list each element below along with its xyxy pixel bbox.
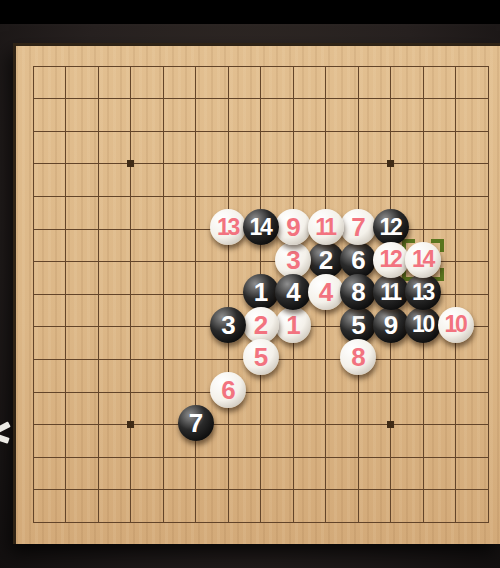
black-stone-8[interactable]: 8 — [340, 274, 376, 310]
white-stone-12[interactable]: 12 — [373, 242, 409, 278]
black-stone-5[interactable]: 5 — [340, 307, 376, 343]
black-stone-10[interactable]: 10 — [405, 307, 441, 343]
move-number: 14 — [412, 248, 433, 271]
white-stone-6[interactable]: 6 — [210, 372, 246, 408]
move-number: 2 — [254, 312, 268, 338]
move-number: 9 — [384, 312, 398, 338]
white-stone-14[interactable]: 14 — [405, 242, 441, 278]
move-number: 1 — [254, 279, 268, 305]
move-number: 10 — [445, 313, 466, 336]
stones-layer: 11223344556677889910101111121213131414 — [16, 46, 500, 544]
white-stone-3[interactable]: 3 — [275, 242, 311, 278]
move-number: 3 — [221, 312, 235, 338]
white-stone-13[interactable]: 13 — [210, 209, 246, 245]
white-stone-8[interactable]: 8 — [340, 339, 376, 375]
app-background: 11223344556677889910101111121213131414 — [0, 0, 500, 568]
top-letterbox-strip — [0, 0, 500, 24]
move-number: 13 — [412, 281, 433, 304]
black-stone-1[interactable]: 1 — [243, 274, 279, 310]
white-stone-1[interactable]: 1 — [275, 307, 311, 343]
glyph-stroke — [0, 434, 10, 443]
move-number: 4 — [319, 279, 333, 305]
glyph-stroke — [0, 421, 11, 432]
white-stone-2[interactable]: 2 — [243, 307, 279, 343]
black-stone-2[interactable]: 2 — [308, 242, 344, 278]
move-number: 5 — [254, 344, 268, 370]
black-stone-14[interactable]: 14 — [243, 209, 279, 245]
move-number: 11 — [315, 216, 334, 239]
white-stone-4[interactable]: 4 — [308, 274, 344, 310]
move-number: 5 — [351, 312, 365, 338]
white-stone-9[interactable]: 9 — [275, 209, 311, 245]
black-stone-11[interactable]: 11 — [373, 274, 409, 310]
move-number: 12 — [380, 216, 401, 239]
move-number: 8 — [351, 344, 365, 370]
move-number: 7 — [189, 410, 203, 436]
move-number: 1 — [286, 312, 300, 338]
move-number: 12 — [380, 248, 401, 271]
partial-glyph — [0, 421, 13, 449]
black-stone-6[interactable]: 6 — [340, 242, 376, 278]
go-board[interactable]: 11223344556677889910101111121213131414 — [13, 43, 500, 544]
black-stone-12[interactable]: 12 — [373, 209, 409, 245]
move-number: 13 — [217, 216, 238, 239]
black-stone-9[interactable]: 9 — [373, 307, 409, 343]
move-number: 2 — [319, 247, 333, 273]
move-number: 8 — [351, 279, 365, 305]
move-number: 3 — [286, 247, 300, 273]
move-number: 14 — [250, 216, 271, 239]
move-number: 6 — [221, 377, 235, 403]
white-stone-7[interactable]: 7 — [340, 209, 376, 245]
black-stone-13[interactable]: 13 — [405, 274, 441, 310]
move-number: 6 — [351, 247, 365, 273]
move-number: 7 — [351, 214, 365, 240]
move-number: 11 — [380, 281, 399, 304]
white-stone-5[interactable]: 5 — [243, 339, 279, 375]
black-stone-7[interactable]: 7 — [178, 405, 214, 441]
move-number: 9 — [286, 214, 300, 240]
black-stone-4[interactable]: 4 — [275, 274, 311, 310]
white-stone-10[interactable]: 10 — [438, 307, 474, 343]
black-stone-3[interactable]: 3 — [210, 307, 246, 343]
move-number: 10 — [412, 313, 433, 336]
move-number: 4 — [286, 279, 300, 305]
white-stone-11[interactable]: 11 — [308, 209, 344, 245]
